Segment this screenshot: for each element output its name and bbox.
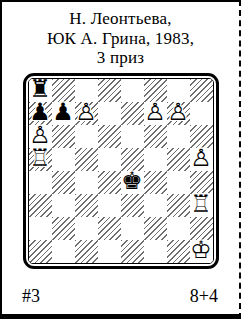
square-g5 xyxy=(167,148,190,171)
square-c4 xyxy=(75,171,98,194)
square-g7: ♟♙ xyxy=(167,102,190,125)
square-h1: ♚♔ xyxy=(190,240,213,263)
square-a4 xyxy=(29,171,52,194)
square-c1 xyxy=(75,240,98,263)
square-h7 xyxy=(190,102,213,125)
square-c7: ♟♙ xyxy=(75,102,98,125)
square-b7: ♟ xyxy=(52,102,75,125)
square-e6 xyxy=(121,125,144,148)
square-b1 xyxy=(52,240,75,263)
square-a5: ♜♖ xyxy=(29,148,52,171)
square-d6 xyxy=(98,125,121,148)
square-b5 xyxy=(52,148,75,171)
title-line-author: Н. Леонтьева, xyxy=(2,9,239,29)
square-b3 xyxy=(52,194,75,217)
square-c6 xyxy=(75,125,98,148)
white-rook-a5: ♜♖ xyxy=(29,148,52,171)
square-e4: ♚ xyxy=(121,171,144,194)
white-pawn-h5: ♟♙ xyxy=(190,148,213,171)
square-f6 xyxy=(144,125,167,148)
square-g3 xyxy=(167,194,190,217)
square-d7 xyxy=(98,102,121,125)
square-d3 xyxy=(98,194,121,217)
square-c5 xyxy=(75,148,98,171)
square-f3 xyxy=(144,194,167,217)
square-g1 xyxy=(167,240,190,263)
square-f1 xyxy=(144,240,167,263)
square-e2 xyxy=(121,217,144,240)
square-e3 xyxy=(121,194,144,217)
square-b2 xyxy=(52,217,75,240)
material-count-label: 8+4 xyxy=(190,287,218,305)
square-g4 xyxy=(167,171,190,194)
square-d2 xyxy=(98,217,121,240)
white-pawn-f7: ♟♙ xyxy=(144,102,167,125)
square-c2 xyxy=(75,217,98,240)
square-a3 xyxy=(29,194,52,217)
caption-row: #3 8+4 xyxy=(22,287,218,305)
black-pawn-b7: ♟ xyxy=(52,102,75,125)
square-d8 xyxy=(98,79,121,102)
square-b4 xyxy=(52,171,75,194)
square-c3 xyxy=(75,194,98,217)
white-rook-h3: ♜♖ xyxy=(190,194,213,217)
board-frame-outer: ♜♟♟♟♙♟♙♟♙♟♙♜♖♟♙♚♜♖♚♔ xyxy=(23,73,219,269)
square-a2 xyxy=(29,217,52,240)
chessboard: ♜♟♟♟♙♟♙♟♙♟♙♜♖♟♙♚♜♖♚♔ xyxy=(29,79,213,263)
square-f2 xyxy=(144,217,167,240)
square-e8 xyxy=(121,79,144,102)
square-e1 xyxy=(121,240,144,263)
white-pawn-c7: ♟♙ xyxy=(75,102,98,125)
square-d4 xyxy=(98,171,121,194)
page-frame: Н. Леонтьева, ЮК А. Грина, 1983, 3 приз … xyxy=(0,0,241,319)
stipulation-label: #3 xyxy=(22,287,40,305)
square-h3: ♜♖ xyxy=(190,194,213,217)
square-h5: ♟♙ xyxy=(190,148,213,171)
square-b6 xyxy=(52,125,75,148)
square-f5 xyxy=(144,148,167,171)
square-a1 xyxy=(29,240,52,263)
white-pawn-g7: ♟♙ xyxy=(167,102,190,125)
board-frame-inner: ♜♟♟♟♙♟♙♟♙♟♙♜♖♟♙♚♜♖♚♔ xyxy=(28,78,214,264)
black-king-e4: ♚ xyxy=(121,171,144,194)
square-e7 xyxy=(121,102,144,125)
square-d1 xyxy=(98,240,121,263)
square-f7: ♟♙ xyxy=(144,102,167,125)
square-g6 xyxy=(167,125,190,148)
square-g2 xyxy=(167,217,190,240)
white-king-h1: ♚♔ xyxy=(190,240,213,263)
square-d5 xyxy=(98,148,121,171)
square-f4 xyxy=(144,171,167,194)
square-h8 xyxy=(190,79,213,102)
problem-title: Н. Леонтьева, ЮК А. Грина, 1983, 3 приз xyxy=(2,9,239,68)
board-area: ♜♟♟♟♙♟♙♟♙♟♙♜♖♟♙♚♜♖♚♔ xyxy=(2,73,239,269)
title-line-award: 3 приз xyxy=(2,48,239,68)
title-line-tourney: ЮК А. Грина, 1983, xyxy=(2,29,239,49)
